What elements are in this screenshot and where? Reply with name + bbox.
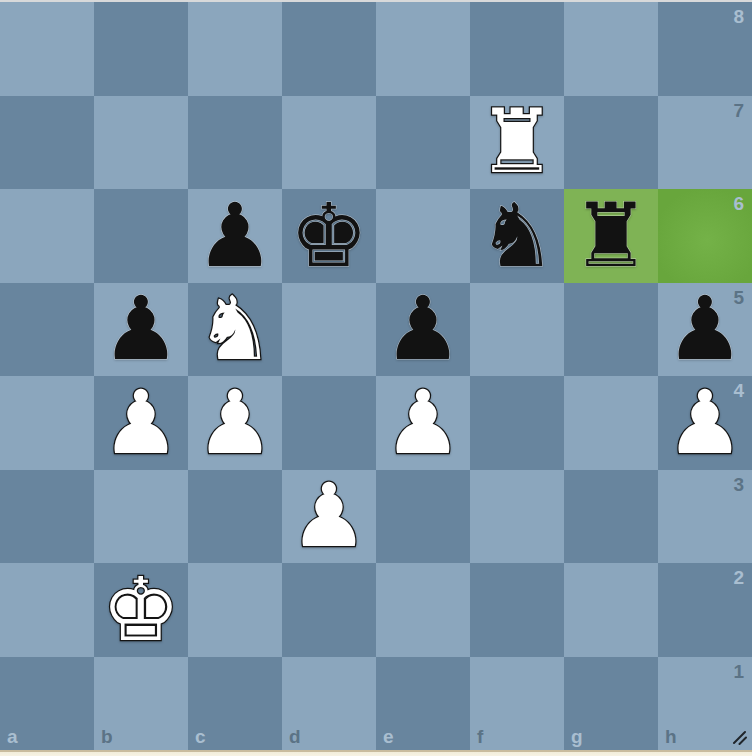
- square-g1[interactable]: g: [564, 657, 658, 751]
- square-f5[interactable]: [470, 283, 564, 377]
- square-f6[interactable]: ♞: [470, 189, 564, 283]
- square-e4[interactable]: ♟: [376, 376, 470, 470]
- file-label-h: h: [665, 727, 677, 746]
- square-h6[interactable]: 6: [658, 189, 752, 283]
- square-a2[interactable]: [0, 563, 94, 657]
- square-e7[interactable]: [376, 96, 470, 190]
- square-e2[interactable]: [376, 563, 470, 657]
- square-d5[interactable]: [282, 283, 376, 377]
- square-d2[interactable]: [282, 563, 376, 657]
- square-c4[interactable]: ♟: [188, 376, 282, 470]
- square-e3[interactable]: [376, 470, 470, 564]
- square-e5[interactable]: ♟: [376, 283, 470, 377]
- square-b8[interactable]: [94, 2, 188, 96]
- file-label-e: e: [383, 727, 394, 746]
- square-h1[interactable]: 1h: [658, 657, 752, 751]
- square-b1[interactable]: b: [94, 657, 188, 751]
- square-h5[interactable]: ♟5: [658, 283, 752, 377]
- square-f8[interactable]: [470, 2, 564, 96]
- white-rook-piece[interactable]: ♜: [478, 98, 557, 186]
- rank-label-7: 7: [733, 101, 744, 120]
- square-h3[interactable]: 3: [658, 470, 752, 564]
- square-e1[interactable]: e: [376, 657, 470, 751]
- white-king-piece[interactable]: ♚: [102, 566, 181, 654]
- square-a3[interactable]: [0, 470, 94, 564]
- square-f1[interactable]: f: [470, 657, 564, 751]
- rank-label-6: 6: [733, 194, 744, 213]
- square-a6[interactable]: [0, 189, 94, 283]
- square-g3[interactable]: [564, 470, 658, 564]
- file-label-g: g: [571, 727, 583, 746]
- square-d4[interactable]: [282, 376, 376, 470]
- square-h7[interactable]: 7: [658, 96, 752, 190]
- square-d6[interactable]: ♚: [282, 189, 376, 283]
- square-c3[interactable]: [188, 470, 282, 564]
- square-a1[interactable]: a: [0, 657, 94, 751]
- black-pawn-piece[interactable]: ♟: [196, 192, 275, 280]
- square-b7[interactable]: [94, 96, 188, 190]
- square-c1[interactable]: c: [188, 657, 282, 751]
- square-f4[interactable]: [470, 376, 564, 470]
- black-pawn-piece[interactable]: ♟: [384, 285, 463, 373]
- rank-label-2: 2: [733, 568, 744, 587]
- file-label-c: c: [195, 727, 206, 746]
- file-label-a: a: [7, 727, 18, 746]
- square-f7[interactable]: ♜: [470, 96, 564, 190]
- file-label-d: d: [289, 727, 301, 746]
- file-label-b: b: [101, 727, 113, 746]
- black-pawn-piece[interactable]: ♟: [102, 285, 181, 373]
- square-g4[interactable]: [564, 376, 658, 470]
- black-knight-piece[interactable]: ♞: [478, 192, 557, 280]
- square-c2[interactable]: [188, 563, 282, 657]
- square-h2[interactable]: 2: [658, 563, 752, 657]
- square-h4[interactable]: ♟4: [658, 376, 752, 470]
- square-b3[interactable]: [94, 470, 188, 564]
- square-g8[interactable]: [564, 2, 658, 96]
- square-f2[interactable]: [470, 563, 564, 657]
- square-d7[interactable]: [282, 96, 376, 190]
- square-c5[interactable]: ♞: [188, 283, 282, 377]
- black-rook-piece[interactable]: ♜: [572, 192, 651, 280]
- square-d8[interactable]: [282, 2, 376, 96]
- square-a8[interactable]: [0, 2, 94, 96]
- white-pawn-piece[interactable]: ♟: [666, 379, 745, 467]
- chess-app-page: 8♜7♟♚♞♜6♟♞♟♟5♟♟♟♟4♟3♚2abcdefg1h: [0, 0, 752, 756]
- rank-label-3: 3: [733, 475, 744, 494]
- board-resize-handle-icon[interactable]: [732, 730, 747, 745]
- square-d1[interactable]: d: [282, 657, 376, 751]
- square-h8[interactable]: 8: [658, 2, 752, 96]
- black-king-piece[interactable]: ♚: [290, 192, 369, 280]
- rank-label-1: 1: [733, 662, 744, 681]
- square-b5[interactable]: ♟: [94, 283, 188, 377]
- square-c7[interactable]: [188, 96, 282, 190]
- white-pawn-piece[interactable]: ♟: [196, 379, 275, 467]
- bottom-edge-strip: [0, 750, 752, 756]
- square-f3[interactable]: [470, 470, 564, 564]
- rank-label-8: 8: [733, 7, 744, 26]
- square-g5[interactable]: [564, 283, 658, 377]
- square-g7[interactable]: [564, 96, 658, 190]
- square-a4[interactable]: [0, 376, 94, 470]
- square-e6[interactable]: [376, 189, 470, 283]
- file-label-f: f: [477, 727, 483, 746]
- square-a5[interactable]: [0, 283, 94, 377]
- white-pawn-piece[interactable]: ♟: [102, 379, 181, 467]
- square-b4[interactable]: ♟: [94, 376, 188, 470]
- white-knight-piece[interactable]: ♞: [196, 285, 275, 373]
- square-b6[interactable]: [94, 189, 188, 283]
- square-a7[interactable]: [0, 96, 94, 190]
- white-pawn-piece[interactable]: ♟: [290, 472, 369, 560]
- square-c6[interactable]: ♟: [188, 189, 282, 283]
- square-b2[interactable]: ♚: [94, 563, 188, 657]
- square-e8[interactable]: [376, 2, 470, 96]
- chess-board[interactable]: 8♜7♟♚♞♜6♟♞♟♟5♟♟♟♟4♟3♚2abcdefg1h: [0, 2, 752, 750]
- square-g2[interactable]: [564, 563, 658, 657]
- square-c8[interactable]: [188, 2, 282, 96]
- square-g6[interactable]: ♜: [564, 189, 658, 283]
- black-pawn-piece[interactable]: ♟: [666, 285, 745, 373]
- square-d3[interactable]: ♟: [282, 470, 376, 564]
- white-pawn-piece[interactable]: ♟: [384, 379, 463, 467]
